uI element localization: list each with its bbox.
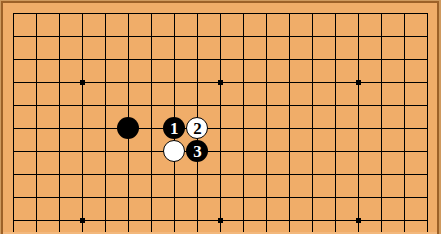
- board-intersection: [301, 48, 324, 71]
- board-intersection: [48, 48, 71, 71]
- board-intersection: [117, 71, 140, 94]
- board-intersection: [232, 48, 255, 71]
- star-point: [80, 80, 85, 85]
- board-intersection: [324, 117, 347, 140]
- board-intersection: [255, 186, 278, 209]
- board-intersection: [370, 209, 393, 232]
- board-crop-edge: [3, 232, 437, 234]
- white-stone-move-2: 2: [186, 117, 208, 139]
- board-intersection: [209, 48, 232, 71]
- star-point: [356, 218, 361, 223]
- board-intersection: [117, 163, 140, 186]
- board-intersection: [209, 2, 232, 25]
- board-intersection: [370, 140, 393, 163]
- board-intersection: [301, 117, 324, 140]
- board-intersection: [324, 140, 347, 163]
- board-intersection: [163, 25, 186, 48]
- board-intersection: [347, 209, 370, 232]
- board-intersection: [393, 186, 416, 209]
- board-intersection: [209, 209, 232, 232]
- board-intersection: [2, 48, 25, 71]
- board-intersection: [324, 163, 347, 186]
- board-intersection: [347, 25, 370, 48]
- board-intersection: [2, 25, 25, 48]
- board-intersection: [71, 186, 94, 209]
- board-intersection: [2, 94, 25, 117]
- board-intersection: [324, 2, 347, 25]
- board-intersection: [209, 117, 232, 140]
- board-intersection: [393, 48, 416, 71]
- board-intersection: [186, 2, 209, 25]
- board-intersection: [25, 186, 48, 209]
- board-intersection: [117, 48, 140, 71]
- board-intersection: [255, 71, 278, 94]
- board-intersection: [393, 2, 416, 25]
- board-intersection: [117, 94, 140, 117]
- board-intersection: [232, 140, 255, 163]
- board-intersection: [186, 25, 209, 48]
- black-stone: [117, 117, 139, 139]
- board-intersection: [278, 163, 301, 186]
- board-intersection: [117, 186, 140, 209]
- board-intersection: [324, 209, 347, 232]
- board-intersection: [324, 48, 347, 71]
- board-intersection: [25, 48, 48, 71]
- board-intersection: [232, 2, 255, 25]
- board-frame-top: [1, 1, 440, 3]
- board-frame-left: [1, 1, 3, 234]
- board-intersection: [140, 163, 163, 186]
- board-intersection: [232, 25, 255, 48]
- board-intersection: [140, 2, 163, 25]
- move-number-label: 1: [170, 120, 179, 137]
- board-intersection: [393, 71, 416, 94]
- board-intersection: [2, 140, 25, 163]
- board-intersection: [255, 140, 278, 163]
- board-intersection: [163, 48, 186, 71]
- board-intersection: [48, 140, 71, 163]
- board-intersection: [278, 140, 301, 163]
- board-intersection: [370, 2, 393, 25]
- board-intersection: [370, 117, 393, 140]
- board-intersection: [209, 71, 232, 94]
- board-intersection: [186, 94, 209, 117]
- board-intersection: [370, 94, 393, 117]
- board-intersection: [255, 163, 278, 186]
- board-intersection: [347, 163, 370, 186]
- board-intersection: [370, 186, 393, 209]
- board-intersection: [140, 209, 163, 232]
- board-intersection: [278, 48, 301, 71]
- board-intersection: [232, 71, 255, 94]
- board-intersection: [278, 25, 301, 48]
- board-intersection: [370, 71, 393, 94]
- board-intersection: [94, 140, 117, 163]
- board-intersection: [117, 25, 140, 48]
- board-intersection: [416, 186, 439, 209]
- board-intersection: [301, 2, 324, 25]
- board-intersection: [48, 25, 71, 48]
- board-intersection: [140, 186, 163, 209]
- board-intersection: [186, 48, 209, 71]
- board-intersection: [25, 2, 48, 25]
- board-intersection: [163, 209, 186, 232]
- board-intersection: [117, 2, 140, 25]
- board-intersection: [278, 117, 301, 140]
- board-intersection: [301, 209, 324, 232]
- board-intersection: [324, 186, 347, 209]
- star-point: [80, 218, 85, 223]
- board-intersection: [416, 209, 439, 232]
- board-intersection: [393, 163, 416, 186]
- board-intersection: [48, 186, 71, 209]
- board-intersection: [25, 25, 48, 48]
- board-intersection: [163, 2, 186, 25]
- board-intersection: [232, 94, 255, 117]
- board-intersection: [71, 209, 94, 232]
- board-intersection: [347, 117, 370, 140]
- board-intersection: [25, 94, 48, 117]
- board-intersection: [209, 94, 232, 117]
- board-intersection: [416, 140, 439, 163]
- board-intersection: [117, 209, 140, 232]
- board-intersection: [416, 25, 439, 48]
- board-intersection: [71, 140, 94, 163]
- board-intersection: [416, 94, 439, 117]
- board-intersection: [71, 2, 94, 25]
- board-intersection: [324, 94, 347, 117]
- black-stone-move-3: 3: [186, 140, 208, 162]
- board-intersection: [186, 186, 209, 209]
- board-intersection: [48, 94, 71, 117]
- board-intersection: [48, 209, 71, 232]
- board-intersection: [255, 25, 278, 48]
- board-intersection: [370, 48, 393, 71]
- board-frame-left-highlight: [0, 0, 1, 234]
- board-intersection: [163, 71, 186, 94]
- board-intersection: [370, 163, 393, 186]
- board-intersection: [94, 163, 117, 186]
- board-grid: 123: [2, 2, 440, 235]
- board-intersection: [2, 163, 25, 186]
- board-intersection: [140, 117, 163, 140]
- board-intersection: [2, 71, 25, 94]
- board-intersection: [140, 48, 163, 71]
- board-intersection: [140, 71, 163, 94]
- board-intersection: [94, 48, 117, 71]
- board-intersection: [186, 209, 209, 232]
- white-stone: [163, 140, 185, 162]
- board-intersection: [71, 163, 94, 186]
- board-intersection: [301, 186, 324, 209]
- board-intersection: [347, 186, 370, 209]
- board-intersection: [48, 71, 71, 94]
- board-intersection: [393, 140, 416, 163]
- board-intersection: [163, 163, 186, 186]
- board-intersection: [163, 140, 186, 163]
- go-board: 123: [0, 0, 441, 234]
- board-intersection: [2, 209, 25, 232]
- board-intersection: [232, 209, 255, 232]
- board-intersection: [2, 186, 25, 209]
- board-intersection: [324, 71, 347, 94]
- board-intersection: 2: [186, 117, 209, 140]
- board-intersection: [370, 25, 393, 48]
- board-intersection: [94, 2, 117, 25]
- board-intersection: [71, 117, 94, 140]
- black-stone-move-1: 1: [163, 117, 185, 139]
- board-intersection: [25, 163, 48, 186]
- board-intersection: [94, 117, 117, 140]
- board-intersection: [347, 2, 370, 25]
- board-intersection: [393, 209, 416, 232]
- board-intersection: [255, 117, 278, 140]
- board-intersection: [209, 140, 232, 163]
- board-intersection: [209, 186, 232, 209]
- board-intersection: [416, 117, 439, 140]
- board-intersection: [94, 209, 117, 232]
- board-intersection: [71, 48, 94, 71]
- board-intersection: [278, 71, 301, 94]
- board-intersection: [278, 2, 301, 25]
- board-intersection: [393, 117, 416, 140]
- board-intersection: [71, 25, 94, 48]
- board-intersection: [416, 71, 439, 94]
- board-intersection: [232, 163, 255, 186]
- board-intersection: [209, 163, 232, 186]
- board-intersection: [163, 186, 186, 209]
- board-intersection: [209, 25, 232, 48]
- board-intersection: [25, 209, 48, 232]
- board-intersection: [301, 140, 324, 163]
- board-intersection: [347, 71, 370, 94]
- board-intersection: [301, 25, 324, 48]
- board-intersection: [163, 94, 186, 117]
- board-frame-top-highlight: [0, 0, 441, 1]
- move-number-label: 3: [193, 143, 202, 160]
- board-intersection: [117, 140, 140, 163]
- board-intersection: [278, 209, 301, 232]
- board-intersection: 3: [186, 140, 209, 163]
- board-intersection: [278, 186, 301, 209]
- board-intersection: [186, 71, 209, 94]
- board-intersection: [71, 94, 94, 117]
- board-intersection: [416, 2, 439, 25]
- board-intersection: [393, 94, 416, 117]
- move-number-label: 2: [193, 120, 202, 137]
- board-intersection: [416, 163, 439, 186]
- board-intersection: [301, 163, 324, 186]
- board-intersection: [278, 94, 301, 117]
- board-intersection: [416, 48, 439, 71]
- board-intersection: [347, 140, 370, 163]
- board-intersection: [255, 2, 278, 25]
- board-intersection: [48, 117, 71, 140]
- board-intersection: [347, 94, 370, 117]
- board-intersection: [255, 94, 278, 117]
- board-intersection: [140, 94, 163, 117]
- board-intersection: [25, 140, 48, 163]
- board-intersection: [94, 186, 117, 209]
- star-point: [218, 218, 223, 223]
- board-intersection: 1: [163, 117, 186, 140]
- board-intersection: [301, 94, 324, 117]
- board-intersection: [48, 2, 71, 25]
- board-intersection: [140, 140, 163, 163]
- board-intersection: [2, 117, 25, 140]
- board-intersection: [48, 163, 71, 186]
- board-intersection: [393, 25, 416, 48]
- board-intersection: [232, 117, 255, 140]
- board-intersection: [25, 117, 48, 140]
- board-intersection: [94, 25, 117, 48]
- board-intersection: [347, 48, 370, 71]
- board-intersection: [2, 2, 25, 25]
- star-point: [218, 80, 223, 85]
- board-intersection: [301, 71, 324, 94]
- board-intersection: [255, 209, 278, 232]
- board-intersection: [94, 94, 117, 117]
- star-point: [356, 80, 361, 85]
- board-intersection: [232, 186, 255, 209]
- board-intersection: [186, 163, 209, 186]
- board-intersection: [140, 25, 163, 48]
- board-intersection: [71, 71, 94, 94]
- board-intersection: [25, 71, 48, 94]
- board-intersection: [94, 71, 117, 94]
- board-intersection: [255, 48, 278, 71]
- board-intersection: [117, 117, 140, 140]
- board-intersection: [324, 25, 347, 48]
